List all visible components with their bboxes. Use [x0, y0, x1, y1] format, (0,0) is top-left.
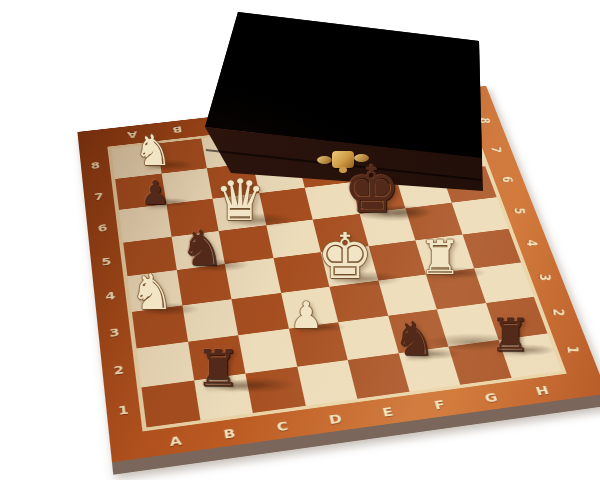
- coord-label: 3: [99, 312, 130, 353]
- black-knight-b4[interactable]: ♞: [180, 224, 224, 273]
- coord-label: 6: [88, 211, 117, 247]
- white-rook-g3[interactable]: ♜: [419, 234, 461, 281]
- square-a1[interactable]: [141, 380, 199, 427]
- square-d1[interactable]: [297, 360, 358, 406]
- coord-label: A: [147, 425, 204, 456]
- coord-label: F: [410, 390, 468, 420]
- coord-label: B: [201, 418, 258, 449]
- square-c1[interactable]: [245, 366, 305, 413]
- coord-label: 4: [95, 277, 126, 316]
- black-rook-h1[interactable]: ♜: [489, 312, 530, 358]
- coord-label: C: [254, 411, 312, 441]
- black-rook-b1[interactable]: ♜: [195, 343, 241, 394]
- white-knight-a3[interactable]: ♞: [130, 268, 174, 317]
- white-king-e4[interactable]: ♚: [317, 225, 373, 288]
- coord-label: H: [513, 376, 572, 405]
- coord-label: E: [359, 397, 417, 427]
- coord-label: D: [306, 404, 364, 434]
- black-king-f5[interactable]: ♚: [343, 158, 400, 222]
- coord-label: 8: [81, 149, 109, 182]
- coord-label: 1: [107, 388, 140, 432]
- coord-label: 2: [103, 349, 135, 391]
- coord-label: 7: [85, 179, 114, 213]
- chess-photo-canvas: ABCDEFGH ABCDEFGH 87654321 87654321 ♞♟♞♛…: [0, 0, 600, 480]
- white-knight-a8[interactable]: ♞: [134, 130, 172, 172]
- coord-label: G: [462, 383, 521, 412]
- coord-label: 5: [91, 243, 121, 280]
- white-pawn-d2[interactable]: ♟: [289, 297, 322, 334]
- clasp-left-scroll: [317, 156, 332, 164]
- black-pawn-a7[interactable]: ♟: [140, 176, 170, 209]
- black-knight-f1[interactable]: ♞: [393, 315, 435, 362]
